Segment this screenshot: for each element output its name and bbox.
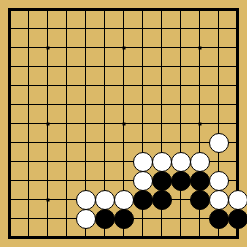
black-stone[interactable] (152, 171, 172, 191)
white-stone[interactable] (114, 190, 134, 210)
black-stone[interactable] (209, 209, 229, 229)
black-stone[interactable] (171, 171, 191, 191)
black-stone[interactable] (190, 190, 210, 210)
black-stone[interactable] (152, 190, 172, 210)
white-stone[interactable] (190, 152, 210, 172)
black-stone[interactable] (228, 209, 248, 229)
white-stone[interactable] (209, 133, 229, 153)
black-stone[interactable] (190, 171, 210, 191)
black-stone[interactable] (114, 209, 134, 229)
white-stone[interactable] (171, 152, 191, 172)
white-stone[interactable] (152, 152, 172, 172)
stone-layer (0, 0, 247, 247)
white-stone[interactable] (228, 190, 248, 210)
black-stone[interactable] (95, 209, 115, 229)
white-stone[interactable] (76, 209, 96, 229)
white-stone[interactable] (133, 152, 153, 172)
white-stone[interactable] (76, 190, 96, 210)
white-stone[interactable] (133, 171, 153, 191)
go-board[interactable] (0, 0, 247, 247)
black-stone[interactable] (133, 190, 153, 210)
white-stone[interactable] (209, 190, 229, 210)
white-stone[interactable] (95, 190, 115, 210)
white-stone[interactable] (209, 171, 229, 191)
